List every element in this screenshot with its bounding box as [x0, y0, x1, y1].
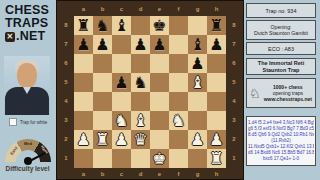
black-pawn-h7: ♟	[207, 35, 226, 54]
trap-number-box: Trap no. 934	[246, 3, 316, 18]
square-b7: ♟	[93, 35, 112, 54]
square-f3: ♞	[169, 111, 188, 130]
coord-label-g: g	[188, 168, 207, 179]
eco-box: ECO : A83	[246, 42, 316, 55]
logo: CHESS TRAPS ✕ .NET	[5, 4, 49, 43]
square-c7	[112, 35, 131, 54]
coord-label-b: b	[93, 168, 112, 179]
gauge-med-label: Med	[24, 141, 32, 146]
promo-text: 1000+ chess opening traps www.chesstraps…	[261, 84, 315, 102]
rank-labels-left: 87654321	[60, 16, 72, 168]
square-b2: ♜	[93, 130, 112, 149]
white-pawn-g2: ♟	[188, 130, 207, 149]
trap-for-white-row: Trap for white	[9, 118, 47, 126]
white-rook-b2: ♜	[93, 130, 112, 149]
presenter-face	[17, 63, 37, 88]
square-b8: ♞	[93, 16, 112, 35]
knight-icon: ♘	[249, 87, 261, 100]
square-b1	[93, 149, 112, 168]
white-knight-c3: ♞	[112, 111, 131, 130]
coord-label-1: 1	[60, 149, 72, 168]
square-g4	[188, 92, 207, 111]
square-d4	[131, 92, 150, 111]
coord-label-7: 7	[60, 35, 72, 54]
square-h4	[207, 92, 226, 111]
square-g5: ♝	[188, 73, 207, 92]
trap-title-box: The Immortal Reti Staunton Trap	[246, 58, 316, 75]
opening-name: Dutch Staunton Gambit	[247, 30, 315, 37]
rank-labels-right: 87654321	[227, 16, 241, 168]
coord-label-e: e	[150, 168, 169, 179]
coord-label-7: 7	[227, 35, 241, 54]
video-frame: CHESS TRAPS ✕ .NET Trap for white Easy M…	[0, 0, 320, 180]
move-line-7: bxc6 17.Qe1+ 1-0	[248, 156, 314, 162]
square-f1	[169, 149, 188, 168]
coord-label-2: 2	[227, 130, 241, 149]
black-pawn-c5: ♟	[112, 73, 131, 92]
white-bishop-g5: ♝	[188, 73, 207, 92]
square-g7: ♝	[188, 35, 207, 54]
square-d2: ♛	[131, 130, 150, 149]
logo-row: ✕ .NET	[5, 30, 49, 43]
square-c1	[112, 149, 131, 168]
difficulty-gauge: Easy Med Hard	[5, 139, 51, 162]
coord-label-d: d	[131, 168, 150, 179]
square-g3	[188, 111, 207, 130]
black-pawn-b7: ♟	[93, 35, 112, 54]
trap-for-white-checkbox[interactable]	[9, 118, 17, 126]
square-c2: ♟	[112, 130, 131, 149]
black-knight-b8: ♞	[93, 16, 112, 35]
coord-label-3: 3	[227, 111, 241, 130]
coord-label-f: f	[169, 3, 188, 16]
white-pawn-a2: ♟	[74, 130, 93, 149]
moves-box: 1.d4 f5 2.e4 fxe4 3.Nc3 Nf6 4.Bg5 g6 5.f…	[246, 116, 316, 166]
square-a1	[74, 149, 93, 168]
black-pawn-e7: ♟	[150, 35, 169, 54]
square-h3	[207, 111, 226, 130]
square-d3: ♝	[131, 111, 150, 130]
trap-title-line2: Staunton Trap	[247, 67, 315, 74]
square-d6	[131, 54, 150, 73]
square-d7: ♟	[131, 35, 150, 54]
square-e7: ♟	[150, 35, 169, 54]
file-labels-top: abcdefgh	[74, 3, 226, 16]
square-e5	[150, 73, 169, 92]
black-knight-d5: ♞	[131, 73, 150, 92]
trap-number: Trap no. 934	[247, 8, 315, 14]
coord-label-h: h	[207, 3, 226, 16]
coord-label-5: 5	[60, 73, 72, 92]
square-b5	[93, 73, 112, 92]
square-e8: ♚	[150, 16, 169, 35]
square-a8: ♜	[74, 16, 93, 35]
coord-label-3: 3	[60, 111, 72, 130]
square-e6	[150, 54, 169, 73]
black-bishop-c8: ♝	[112, 16, 131, 35]
white-rook-h1: ♜	[207, 149, 226, 168]
coord-label-4: 4	[227, 92, 241, 111]
square-f4	[169, 92, 188, 111]
coord-label-8: 8	[227, 16, 241, 35]
black-pawn-a7: ♟	[74, 35, 93, 54]
gauge-pivot	[24, 157, 32, 165]
square-a4	[74, 92, 93, 111]
board-grid: ♜♞♝♚♜♟♟♟♟♝♟♟♟♞♝♞♝♞♟♜♟♛♟♟♚♜	[74, 16, 226, 168]
coord-label-a: a	[74, 168, 93, 179]
square-a7: ♟	[74, 35, 93, 54]
x-square-icon: ✕	[5, 32, 15, 42]
square-f2	[169, 130, 188, 149]
white-queen-d2: ♛	[131, 130, 150, 149]
coord-label-8: 8	[60, 16, 72, 35]
square-c4	[112, 92, 131, 111]
sidebar: CHESS TRAPS ✕ .NET Trap for white Easy M…	[0, 0, 55, 180]
info-panel: Trap no. 934 Opening: Dutch Staunton Gam…	[246, 0, 318, 180]
square-c8: ♝	[112, 16, 131, 35]
coord-label-c: c	[112, 168, 131, 179]
eco-code: ECO : A83	[247, 46, 315, 52]
square-d1	[131, 149, 150, 168]
square-a6	[74, 54, 93, 73]
square-f7	[169, 35, 188, 54]
square-h6	[207, 54, 226, 73]
square-g8	[188, 16, 207, 35]
square-a2: ♟	[74, 130, 93, 149]
coord-label-6: 6	[227, 54, 241, 73]
presenter-photo	[4, 56, 50, 115]
opening-box: Opening: Dutch Staunton Gambit	[246, 20, 316, 40]
square-g1	[188, 149, 207, 168]
black-king-e8: ♚	[150, 16, 169, 35]
black-pawn-g6: ♟	[188, 54, 207, 73]
black-bishop-g7: ♝	[188, 35, 207, 54]
white-pawn-h2: ♟	[207, 130, 226, 149]
chess-board: abcdefgh abcdefgh 87654321 87654321 ♜♞♝♚…	[56, 0, 244, 180]
square-f5	[169, 73, 188, 92]
coord-label-b: b	[93, 3, 112, 16]
square-b6	[93, 54, 112, 73]
square-f6	[169, 54, 188, 73]
black-rook-a8: ♜	[74, 16, 93, 35]
coord-label-6: 6	[60, 54, 72, 73]
square-f8	[169, 16, 188, 35]
square-b4	[93, 92, 112, 111]
coord-label-g: g	[188, 3, 207, 16]
square-h8: ♜	[207, 16, 226, 35]
coord-label-f: f	[169, 168, 188, 179]
square-h1: ♜	[207, 149, 226, 168]
file-labels-bottom: abcdefgh	[74, 168, 226, 179]
square-e2	[150, 130, 169, 149]
square-d5: ♞	[131, 73, 150, 92]
square-h7: ♟	[207, 35, 226, 54]
coord-label-4: 4	[60, 92, 72, 111]
square-c3: ♞	[112, 111, 131, 130]
black-pawn-d7: ♟	[131, 35, 150, 54]
square-e1: ♚	[150, 149, 169, 168]
square-h2: ♟	[207, 130, 226, 149]
coord-label-c: c	[112, 3, 131, 16]
white-knight-f3: ♞	[169, 111, 188, 130]
black-rook-h8: ♜	[207, 16, 226, 35]
coord-label-1: 1	[227, 149, 241, 168]
square-e3	[150, 111, 169, 130]
difficulty-label: Difficulty level	[0, 165, 55, 172]
square-e4	[150, 92, 169, 111]
coord-label-d: d	[131, 3, 150, 16]
white-pawn-c2: ♟	[112, 130, 131, 149]
square-d8	[131, 16, 150, 35]
square-a5	[74, 73, 93, 92]
promo-box: ♘ 1000+ chess opening traps www.chesstra…	[246, 78, 316, 108]
coord-label-h: h	[207, 168, 226, 179]
coord-label-5: 5	[227, 73, 241, 92]
coord-label-a: a	[74, 3, 93, 16]
website-url: www.chesstraps.net	[261, 96, 315, 102]
trap-for-white-label: Trap for white	[20, 120, 47, 125]
square-c5: ♟	[112, 73, 131, 92]
square-a3	[74, 111, 93, 130]
square-b3	[93, 111, 112, 130]
white-king-e1: ♚	[150, 149, 169, 168]
white-bishop-d3: ♝	[131, 111, 150, 130]
square-h5	[207, 73, 226, 92]
logo-suffix: .NET	[16, 30, 45, 43]
square-c6	[112, 54, 131, 73]
square-g6: ♟	[188, 54, 207, 73]
square-g2: ♟	[188, 130, 207, 149]
coord-label-e: e	[150, 3, 169, 16]
coord-label-2: 2	[60, 130, 72, 149]
